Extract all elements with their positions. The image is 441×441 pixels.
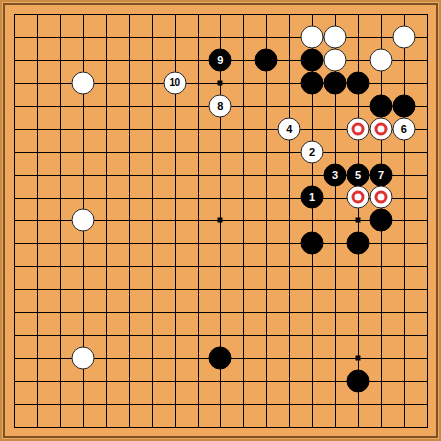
point-J6[interactable] bbox=[186, 301, 209, 324]
point-B14[interactable] bbox=[25, 117, 48, 140]
point-L6[interactable] bbox=[232, 301, 255, 324]
point-K2[interactable] bbox=[209, 392, 232, 415]
point-M18[interactable] bbox=[255, 25, 278, 48]
point-P7[interactable] bbox=[324, 278, 347, 301]
point-M11[interactable] bbox=[255, 186, 278, 209]
point-O11[interactable]: 1 bbox=[301, 186, 324, 209]
point-F3[interactable] bbox=[117, 370, 140, 393]
point-T8[interactable] bbox=[415, 255, 438, 278]
point-A1[interactable] bbox=[3, 415, 26, 438]
point-Q8[interactable] bbox=[347, 255, 370, 278]
point-E8[interactable] bbox=[94, 255, 117, 278]
point-B12[interactable] bbox=[25, 163, 48, 186]
point-T2[interactable] bbox=[415, 392, 438, 415]
point-C8[interactable] bbox=[48, 255, 71, 278]
point-F18[interactable] bbox=[117, 25, 140, 48]
point-G11[interactable] bbox=[140, 186, 163, 209]
point-B1[interactable] bbox=[25, 415, 48, 438]
point-D1[interactable] bbox=[71, 415, 94, 438]
point-O7[interactable] bbox=[301, 278, 324, 301]
point-M15[interactable] bbox=[255, 94, 278, 117]
point-D9[interactable] bbox=[71, 232, 94, 255]
point-M2[interactable] bbox=[255, 392, 278, 415]
point-C18[interactable] bbox=[48, 25, 71, 48]
point-N16[interactable] bbox=[278, 71, 301, 94]
point-P1[interactable] bbox=[324, 415, 347, 438]
point-C9[interactable] bbox=[48, 232, 71, 255]
point-M13[interactable] bbox=[255, 140, 278, 163]
point-N6[interactable] bbox=[278, 301, 301, 324]
point-M10[interactable] bbox=[255, 209, 278, 232]
point-R16[interactable] bbox=[370, 71, 393, 94]
point-S3[interactable] bbox=[392, 370, 415, 393]
point-R7[interactable] bbox=[370, 278, 393, 301]
point-D6[interactable] bbox=[71, 301, 94, 324]
point-H12[interactable] bbox=[163, 163, 186, 186]
point-P9[interactable] bbox=[324, 232, 347, 255]
point-L2[interactable] bbox=[232, 392, 255, 415]
point-O8[interactable] bbox=[301, 255, 324, 278]
point-F10[interactable] bbox=[117, 209, 140, 232]
point-A7[interactable] bbox=[3, 278, 26, 301]
point-M17[interactable] bbox=[255, 48, 278, 71]
point-D3[interactable] bbox=[71, 370, 94, 393]
point-J3[interactable] bbox=[186, 370, 209, 393]
point-Q5[interactable] bbox=[347, 324, 370, 347]
point-K7[interactable] bbox=[209, 278, 232, 301]
point-H10[interactable] bbox=[163, 209, 186, 232]
point-T7[interactable] bbox=[415, 278, 438, 301]
point-Q4[interactable] bbox=[347, 347, 370, 370]
point-B16[interactable] bbox=[25, 71, 48, 94]
point-R2[interactable] bbox=[370, 392, 393, 415]
point-G4[interactable] bbox=[140, 347, 163, 370]
point-C12[interactable] bbox=[48, 163, 71, 186]
point-R12[interactable]: 7 bbox=[370, 163, 393, 186]
point-E17[interactable] bbox=[94, 48, 117, 71]
point-J15[interactable] bbox=[186, 94, 209, 117]
point-G3[interactable] bbox=[140, 370, 163, 393]
point-G2[interactable] bbox=[140, 392, 163, 415]
point-D11[interactable] bbox=[71, 186, 94, 209]
point-B5[interactable] bbox=[25, 324, 48, 347]
point-H13[interactable] bbox=[163, 140, 186, 163]
point-B10[interactable] bbox=[25, 209, 48, 232]
point-A4[interactable] bbox=[3, 347, 26, 370]
point-H4[interactable] bbox=[163, 347, 186, 370]
point-J8[interactable] bbox=[186, 255, 209, 278]
point-P10[interactable] bbox=[324, 209, 347, 232]
point-F16[interactable] bbox=[117, 71, 140, 94]
point-K18[interactable] bbox=[209, 25, 232, 48]
point-T19[interactable] bbox=[415, 3, 438, 26]
point-F4[interactable] bbox=[117, 347, 140, 370]
point-S5[interactable] bbox=[392, 324, 415, 347]
point-Q17[interactable] bbox=[347, 48, 370, 71]
point-E2[interactable] bbox=[94, 392, 117, 415]
point-S2[interactable] bbox=[392, 392, 415, 415]
point-O14[interactable] bbox=[301, 117, 324, 140]
point-K12[interactable] bbox=[209, 163, 232, 186]
point-J14[interactable] bbox=[186, 117, 209, 140]
point-L16[interactable] bbox=[232, 71, 255, 94]
point-H16[interactable]: 10 bbox=[163, 71, 186, 94]
point-H11[interactable] bbox=[163, 186, 186, 209]
point-F11[interactable] bbox=[117, 186, 140, 209]
point-P5[interactable] bbox=[324, 324, 347, 347]
point-A6[interactable] bbox=[3, 301, 26, 324]
point-H15[interactable] bbox=[163, 94, 186, 117]
point-D2[interactable] bbox=[71, 392, 94, 415]
point-K6[interactable] bbox=[209, 301, 232, 324]
point-L7[interactable] bbox=[232, 278, 255, 301]
point-H5[interactable] bbox=[163, 324, 186, 347]
point-B9[interactable] bbox=[25, 232, 48, 255]
point-Q19[interactable] bbox=[347, 3, 370, 26]
point-M14[interactable] bbox=[255, 117, 278, 140]
point-M4[interactable] bbox=[255, 347, 278, 370]
point-J9[interactable] bbox=[186, 232, 209, 255]
point-H17[interactable] bbox=[163, 48, 186, 71]
point-J1[interactable] bbox=[186, 415, 209, 438]
point-F14[interactable] bbox=[117, 117, 140, 140]
point-J19[interactable] bbox=[186, 3, 209, 26]
point-R1[interactable] bbox=[370, 415, 393, 438]
point-D14[interactable] bbox=[71, 117, 94, 140]
point-S13[interactable] bbox=[392, 140, 415, 163]
point-E7[interactable] bbox=[94, 278, 117, 301]
point-R10[interactable] bbox=[370, 209, 393, 232]
point-L5[interactable] bbox=[232, 324, 255, 347]
point-P18[interactable] bbox=[324, 25, 347, 48]
point-E3[interactable] bbox=[94, 370, 117, 393]
point-R15[interactable] bbox=[370, 94, 393, 117]
point-P16[interactable] bbox=[324, 71, 347, 94]
point-D18[interactable] bbox=[71, 25, 94, 48]
point-A2[interactable] bbox=[3, 392, 26, 415]
point-Q2[interactable] bbox=[347, 392, 370, 415]
point-M1[interactable] bbox=[255, 415, 278, 438]
point-S7[interactable] bbox=[392, 278, 415, 301]
point-R4[interactable] bbox=[370, 347, 393, 370]
point-L18[interactable] bbox=[232, 25, 255, 48]
point-E15[interactable] bbox=[94, 94, 117, 117]
point-O18[interactable] bbox=[301, 25, 324, 48]
point-K8[interactable] bbox=[209, 255, 232, 278]
point-P15[interactable] bbox=[324, 94, 347, 117]
point-T10[interactable] bbox=[415, 209, 438, 232]
point-D17[interactable] bbox=[71, 48, 94, 71]
point-T3[interactable] bbox=[415, 370, 438, 393]
point-K14[interactable] bbox=[209, 117, 232, 140]
point-C19[interactable] bbox=[48, 3, 71, 26]
point-Q9[interactable] bbox=[347, 232, 370, 255]
point-H19[interactable] bbox=[163, 3, 186, 26]
point-P8[interactable] bbox=[324, 255, 347, 278]
point-K4[interactable] bbox=[209, 347, 232, 370]
point-K19[interactable] bbox=[209, 3, 232, 26]
point-C13[interactable] bbox=[48, 140, 71, 163]
point-J13[interactable] bbox=[186, 140, 209, 163]
point-S16[interactable] bbox=[392, 71, 415, 94]
point-E1[interactable] bbox=[94, 415, 117, 438]
point-G19[interactable] bbox=[140, 3, 163, 26]
point-C10[interactable] bbox=[48, 209, 71, 232]
point-N19[interactable] bbox=[278, 3, 301, 26]
point-L15[interactable] bbox=[232, 94, 255, 117]
point-B2[interactable] bbox=[25, 392, 48, 415]
point-S18[interactable] bbox=[392, 25, 415, 48]
point-T18[interactable] bbox=[415, 25, 438, 48]
point-J5[interactable] bbox=[186, 324, 209, 347]
point-Q18[interactable] bbox=[347, 25, 370, 48]
point-F19[interactable] bbox=[117, 3, 140, 26]
point-C4[interactable] bbox=[48, 347, 71, 370]
point-J10[interactable] bbox=[186, 209, 209, 232]
point-M19[interactable] bbox=[255, 3, 278, 26]
point-N5[interactable] bbox=[278, 324, 301, 347]
point-A5[interactable] bbox=[3, 324, 26, 347]
point-F13[interactable] bbox=[117, 140, 140, 163]
point-G1[interactable] bbox=[140, 415, 163, 438]
point-P17[interactable] bbox=[324, 48, 347, 71]
point-R6[interactable] bbox=[370, 301, 393, 324]
point-P11[interactable] bbox=[324, 186, 347, 209]
point-B18[interactable] bbox=[25, 25, 48, 48]
point-A10[interactable] bbox=[3, 209, 26, 232]
point-C5[interactable] bbox=[48, 324, 71, 347]
point-D19[interactable] bbox=[71, 3, 94, 26]
point-H1[interactable] bbox=[163, 415, 186, 438]
point-H14[interactable] bbox=[163, 117, 186, 140]
point-N11[interactable] bbox=[278, 186, 301, 209]
point-O9[interactable] bbox=[301, 232, 324, 255]
point-Q13[interactable] bbox=[347, 140, 370, 163]
point-T12[interactable] bbox=[415, 163, 438, 186]
point-K5[interactable] bbox=[209, 324, 232, 347]
point-G16[interactable] bbox=[140, 71, 163, 94]
point-F12[interactable] bbox=[117, 163, 140, 186]
point-O13[interactable]: 2 bbox=[301, 140, 324, 163]
point-R9[interactable] bbox=[370, 232, 393, 255]
point-A14[interactable] bbox=[3, 117, 26, 140]
point-R18[interactable] bbox=[370, 25, 393, 48]
point-M5[interactable] bbox=[255, 324, 278, 347]
point-L10[interactable] bbox=[232, 209, 255, 232]
point-E16[interactable] bbox=[94, 71, 117, 94]
point-F9[interactable] bbox=[117, 232, 140, 255]
point-S4[interactable] bbox=[392, 347, 415, 370]
point-C17[interactable] bbox=[48, 48, 71, 71]
point-T6[interactable] bbox=[415, 301, 438, 324]
point-G17[interactable] bbox=[140, 48, 163, 71]
point-Q16[interactable] bbox=[347, 71, 370, 94]
point-R19[interactable] bbox=[370, 3, 393, 26]
point-P13[interactable] bbox=[324, 140, 347, 163]
point-T5[interactable] bbox=[415, 324, 438, 347]
point-J17[interactable] bbox=[186, 48, 209, 71]
point-D5[interactable] bbox=[71, 324, 94, 347]
point-S1[interactable] bbox=[392, 415, 415, 438]
point-A9[interactable] bbox=[3, 232, 26, 255]
point-J16[interactable] bbox=[186, 71, 209, 94]
point-P4[interactable] bbox=[324, 347, 347, 370]
point-D4[interactable] bbox=[71, 347, 94, 370]
point-B4[interactable] bbox=[25, 347, 48, 370]
point-N1[interactable] bbox=[278, 415, 301, 438]
point-M9[interactable] bbox=[255, 232, 278, 255]
point-R11[interactable] bbox=[370, 186, 393, 209]
point-O5[interactable] bbox=[301, 324, 324, 347]
point-D12[interactable] bbox=[71, 163, 94, 186]
point-E11[interactable] bbox=[94, 186, 117, 209]
point-H3[interactable] bbox=[163, 370, 186, 393]
point-E5[interactable] bbox=[94, 324, 117, 347]
point-E6[interactable] bbox=[94, 301, 117, 324]
point-A12[interactable] bbox=[3, 163, 26, 186]
point-K11[interactable] bbox=[209, 186, 232, 209]
point-T17[interactable] bbox=[415, 48, 438, 71]
point-A17[interactable] bbox=[3, 48, 26, 71]
point-N15[interactable] bbox=[278, 94, 301, 117]
point-G10[interactable] bbox=[140, 209, 163, 232]
point-G8[interactable] bbox=[140, 255, 163, 278]
point-T13[interactable] bbox=[415, 140, 438, 163]
point-N8[interactable] bbox=[278, 255, 301, 278]
point-M6[interactable] bbox=[255, 301, 278, 324]
point-A8[interactable] bbox=[3, 255, 26, 278]
point-R14[interactable] bbox=[370, 117, 393, 140]
point-F7[interactable] bbox=[117, 278, 140, 301]
point-M12[interactable] bbox=[255, 163, 278, 186]
point-K15[interactable]: 8 bbox=[209, 94, 232, 117]
point-S17[interactable] bbox=[392, 48, 415, 71]
point-L3[interactable] bbox=[232, 370, 255, 393]
point-P2[interactable] bbox=[324, 392, 347, 415]
point-D10[interactable] bbox=[71, 209, 94, 232]
point-M7[interactable] bbox=[255, 278, 278, 301]
point-O3[interactable] bbox=[301, 370, 324, 393]
point-J2[interactable] bbox=[186, 392, 209, 415]
point-C11[interactable] bbox=[48, 186, 71, 209]
point-P12[interactable]: 3 bbox=[324, 163, 347, 186]
point-D13[interactable] bbox=[71, 140, 94, 163]
point-A13[interactable] bbox=[3, 140, 26, 163]
point-S14[interactable]: 6 bbox=[392, 117, 415, 140]
point-K10[interactable] bbox=[209, 209, 232, 232]
point-G15[interactable] bbox=[140, 94, 163, 117]
point-P14[interactable] bbox=[324, 117, 347, 140]
point-O19[interactable] bbox=[301, 3, 324, 26]
point-Q12[interactable]: 5 bbox=[347, 163, 370, 186]
point-N9[interactable] bbox=[278, 232, 301, 255]
point-H6[interactable] bbox=[163, 301, 186, 324]
point-E9[interactable] bbox=[94, 232, 117, 255]
point-Q7[interactable] bbox=[347, 278, 370, 301]
point-Q3[interactable] bbox=[347, 370, 370, 393]
point-P3[interactable] bbox=[324, 370, 347, 393]
point-O15[interactable] bbox=[301, 94, 324, 117]
point-B13[interactable] bbox=[25, 140, 48, 163]
point-Q1[interactable] bbox=[347, 415, 370, 438]
point-N10[interactable] bbox=[278, 209, 301, 232]
point-L12[interactable] bbox=[232, 163, 255, 186]
point-A11[interactable] bbox=[3, 186, 26, 209]
point-B3[interactable] bbox=[25, 370, 48, 393]
point-Q6[interactable] bbox=[347, 301, 370, 324]
point-E19[interactable] bbox=[94, 3, 117, 26]
point-C3[interactable] bbox=[48, 370, 71, 393]
point-B8[interactable] bbox=[25, 255, 48, 278]
point-L8[interactable] bbox=[232, 255, 255, 278]
point-C2[interactable] bbox=[48, 392, 71, 415]
point-F1[interactable] bbox=[117, 415, 140, 438]
point-A3[interactable] bbox=[3, 370, 26, 393]
point-S15[interactable] bbox=[392, 94, 415, 117]
point-G6[interactable] bbox=[140, 301, 163, 324]
point-Q15[interactable] bbox=[347, 94, 370, 117]
point-J4[interactable] bbox=[186, 347, 209, 370]
point-H18[interactable] bbox=[163, 25, 186, 48]
point-S9[interactable] bbox=[392, 232, 415, 255]
point-S11[interactable] bbox=[392, 186, 415, 209]
point-D7[interactable] bbox=[71, 278, 94, 301]
point-P19[interactable] bbox=[324, 3, 347, 26]
point-R17[interactable] bbox=[370, 48, 393, 71]
point-Q10[interactable] bbox=[347, 209, 370, 232]
point-N3[interactable] bbox=[278, 370, 301, 393]
point-C14[interactable] bbox=[48, 117, 71, 140]
point-D8[interactable] bbox=[71, 255, 94, 278]
point-C7[interactable] bbox=[48, 278, 71, 301]
point-H2[interactable] bbox=[163, 392, 186, 415]
point-N4[interactable] bbox=[278, 347, 301, 370]
point-L17[interactable] bbox=[232, 48, 255, 71]
point-D16[interactable] bbox=[71, 71, 94, 94]
point-G12[interactable] bbox=[140, 163, 163, 186]
point-B7[interactable] bbox=[25, 278, 48, 301]
point-O1[interactable] bbox=[301, 415, 324, 438]
point-L19[interactable] bbox=[232, 3, 255, 26]
point-G9[interactable] bbox=[140, 232, 163, 255]
point-C1[interactable] bbox=[48, 415, 71, 438]
point-E12[interactable] bbox=[94, 163, 117, 186]
point-F8[interactable] bbox=[117, 255, 140, 278]
point-F15[interactable] bbox=[117, 94, 140, 117]
point-J7[interactable] bbox=[186, 278, 209, 301]
point-S12[interactable] bbox=[392, 163, 415, 186]
point-S8[interactable] bbox=[392, 255, 415, 278]
point-K16[interactable] bbox=[209, 71, 232, 94]
point-O12[interactable] bbox=[301, 163, 324, 186]
point-T1[interactable] bbox=[415, 415, 438, 438]
point-N14[interactable]: 4 bbox=[278, 117, 301, 140]
point-E13[interactable] bbox=[94, 140, 117, 163]
point-S19[interactable] bbox=[392, 3, 415, 26]
point-H9[interactable] bbox=[163, 232, 186, 255]
point-J12[interactable] bbox=[186, 163, 209, 186]
point-N2[interactable] bbox=[278, 392, 301, 415]
point-T4[interactable] bbox=[415, 347, 438, 370]
point-R8[interactable] bbox=[370, 255, 393, 278]
point-H8[interactable] bbox=[163, 255, 186, 278]
point-J11[interactable] bbox=[186, 186, 209, 209]
point-B19[interactable] bbox=[25, 3, 48, 26]
point-R3[interactable] bbox=[370, 370, 393, 393]
point-K13[interactable] bbox=[209, 140, 232, 163]
point-D15[interactable] bbox=[71, 94, 94, 117]
point-G18[interactable] bbox=[140, 25, 163, 48]
